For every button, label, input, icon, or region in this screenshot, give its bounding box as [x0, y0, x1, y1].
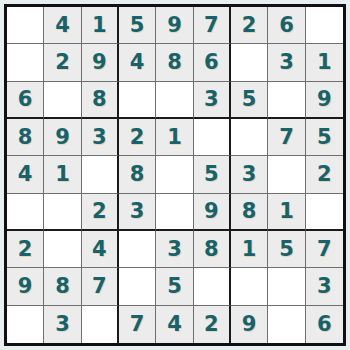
cell-r2c7[interactable] [231, 44, 268, 81]
cell-r6c6: 9 [194, 194, 231, 231]
cell-r5c5[interactable] [156, 156, 193, 193]
cell-r1c8: 6 [268, 7, 305, 44]
cell-r7c3: 4 [82, 231, 119, 268]
cell-r1c1[interactable] [7, 7, 44, 44]
cell-r6c5[interactable] [156, 194, 193, 231]
cell-r4c3: 3 [82, 119, 119, 156]
cell-r7c1: 2 [7, 231, 44, 268]
cell-r9c3[interactable] [82, 306, 119, 343]
cell-r3c5[interactable] [156, 82, 193, 119]
cell-r7c6: 8 [194, 231, 231, 268]
cell-r6c4: 3 [119, 194, 156, 231]
cell-r1c3: 1 [82, 7, 119, 44]
cell-r5c3[interactable] [82, 156, 119, 193]
cell-r1c7: 2 [231, 7, 268, 44]
sudoku-widget: 4159726294863168359893217541853223981243… [0, 0, 350, 350]
cell-r2c3: 9 [82, 44, 119, 81]
cell-r8c5: 5 [156, 268, 193, 305]
cell-r3c9: 9 [306, 82, 343, 119]
cell-r9c4: 7 [119, 306, 156, 343]
cell-r2c5: 8 [156, 44, 193, 81]
cell-r4c8: 7 [268, 119, 305, 156]
cell-r2c2: 2 [44, 44, 81, 81]
cell-r3c2[interactable] [44, 82, 81, 119]
cell-r7c4[interactable] [119, 231, 156, 268]
cell-r5c8[interactable] [268, 156, 305, 193]
cell-r3c1: 6 [7, 82, 44, 119]
cell-r3c3: 8 [82, 82, 119, 119]
cell-r5c9: 2 [306, 156, 343, 193]
cell-r9c8[interactable] [268, 306, 305, 343]
cell-r4c9: 5 [306, 119, 343, 156]
cell-r4c4: 2 [119, 119, 156, 156]
cell-r9c9: 6 [306, 306, 343, 343]
cell-r1c9[interactable] [306, 7, 343, 44]
cell-r9c7: 9 [231, 306, 268, 343]
cell-r8c4[interactable] [119, 268, 156, 305]
cell-r1c6: 7 [194, 7, 231, 44]
cell-r9c5: 4 [156, 306, 193, 343]
cell-r8c6[interactable] [194, 268, 231, 305]
cell-r2c6: 6 [194, 44, 231, 81]
cell-r8c8[interactable] [268, 268, 305, 305]
cell-r7c9: 7 [306, 231, 343, 268]
cell-r8c2: 8 [44, 268, 81, 305]
cell-r5c2: 1 [44, 156, 81, 193]
cell-r5c1: 4 [7, 156, 44, 193]
cell-r8c3: 7 [82, 268, 119, 305]
cell-r8c1: 9 [7, 268, 44, 305]
cell-r7c7: 1 [231, 231, 268, 268]
cell-r3c8[interactable] [268, 82, 305, 119]
cell-r2c8: 3 [268, 44, 305, 81]
cell-r4c2: 9 [44, 119, 81, 156]
cell-r4c6[interactable] [194, 119, 231, 156]
cell-r1c5: 9 [156, 7, 193, 44]
cell-r5c6: 5 [194, 156, 231, 193]
cell-r6c7: 8 [231, 194, 268, 231]
cell-r6c3: 2 [82, 194, 119, 231]
cell-r8c9: 3 [306, 268, 343, 305]
cell-r4c5: 1 [156, 119, 193, 156]
cell-r9c2: 3 [44, 306, 81, 343]
cell-r5c7: 3 [231, 156, 268, 193]
cell-r6c8: 1 [268, 194, 305, 231]
cell-r7c2[interactable] [44, 231, 81, 268]
cell-r3c6: 3 [194, 82, 231, 119]
cell-r2c4: 4 [119, 44, 156, 81]
sudoku-board: 4159726294863168359893217541853223981243… [4, 4, 346, 346]
cell-r9c1[interactable] [7, 306, 44, 343]
cell-r4c7[interactable] [231, 119, 268, 156]
cell-r6c1[interactable] [7, 194, 44, 231]
cell-r9c6: 2 [194, 306, 231, 343]
cell-r4c1: 8 [7, 119, 44, 156]
cell-r6c2[interactable] [44, 194, 81, 231]
cell-r8c7[interactable] [231, 268, 268, 305]
cell-r7c8: 5 [268, 231, 305, 268]
cell-r2c1[interactable] [7, 44, 44, 81]
cell-r1c4: 5 [119, 7, 156, 44]
cell-r6c9[interactable] [306, 194, 343, 231]
cell-r5c4: 8 [119, 156, 156, 193]
cell-r3c7: 5 [231, 82, 268, 119]
cell-r7c5: 3 [156, 231, 193, 268]
cell-r3c4[interactable] [119, 82, 156, 119]
cell-r1c2: 4 [44, 7, 81, 44]
cell-r2c9: 1 [306, 44, 343, 81]
